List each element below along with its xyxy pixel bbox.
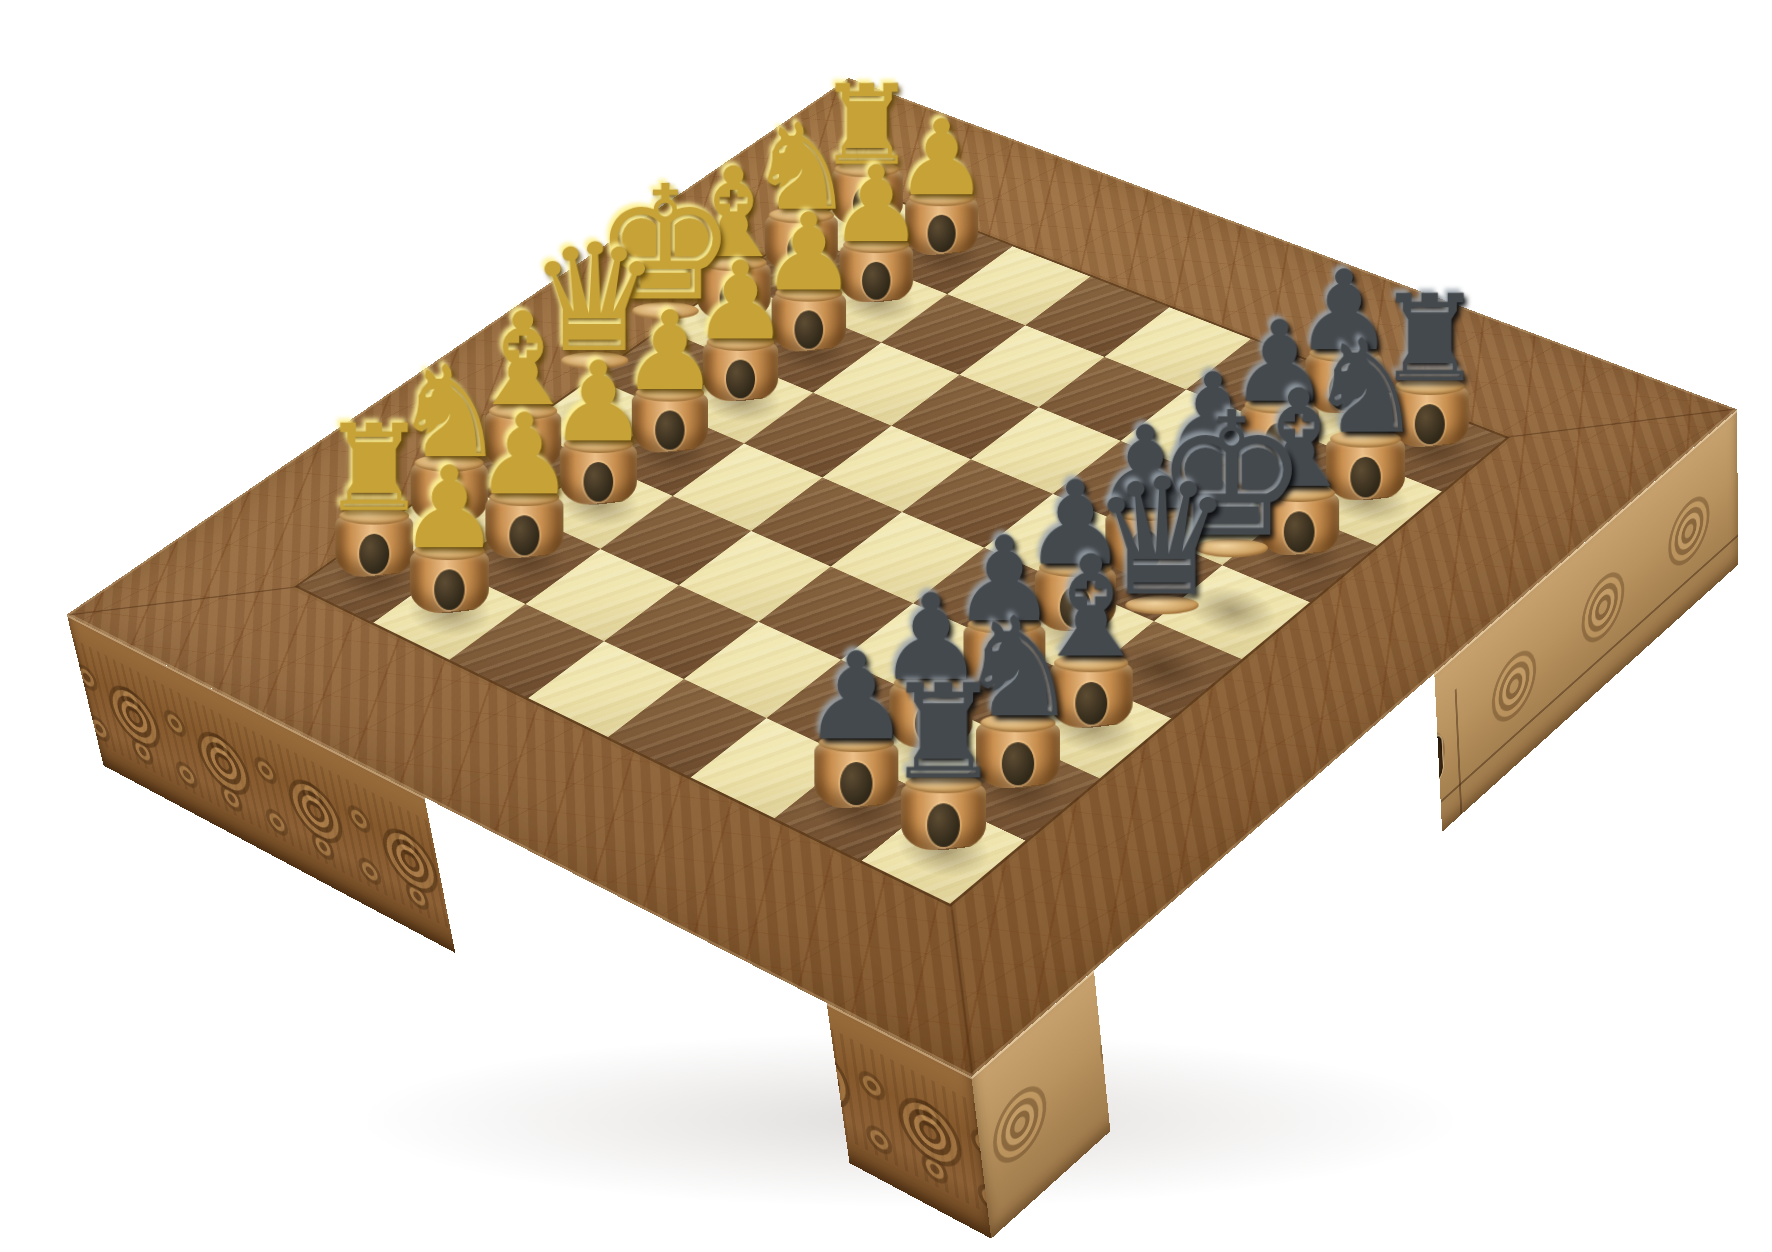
pawn-glyph: ♟	[761, 199, 857, 306]
square-h4	[1025, 276, 1169, 356]
piece-white-pawn-d2: ♟	[619, 296, 721, 452]
square-g2: ♟	[805, 264, 947, 343]
base-medallion	[1075, 682, 1107, 725]
base-medallion	[584, 462, 614, 502]
frame-miter-line	[847, 79, 862, 190]
square-e3	[744, 392, 891, 477]
pawn-glyph: ♟	[895, 105, 989, 210]
piece-white-rook-h1: ♜	[819, 70, 915, 225]
piece-wooden-base	[772, 292, 846, 351]
piece-shadow	[742, 240, 861, 303]
square-d3	[673, 443, 822, 530]
square-d2: ♟	[597, 410, 744, 495]
square-d4	[751, 477, 902, 566]
rook-glyph: ♜	[817, 70, 916, 181]
king-glyph: ♚	[594, 165, 736, 324]
pawn-glyph: ♟	[621, 296, 719, 405]
frame-miter-line	[950, 900, 974, 1074]
knight-glyph: ♞	[747, 108, 854, 228]
square-f3	[813, 343, 959, 426]
square-g1: ♞	[731, 234, 872, 312]
square-c3	[600, 496, 751, 585]
base-medallion	[840, 762, 872, 805]
square-h2: ♟	[871, 217, 1012, 294]
piece-shadow	[608, 418, 732, 487]
base-medallion	[651, 328, 680, 366]
square-e4	[822, 425, 971, 512]
piece-wooden-base	[703, 342, 778, 402]
base-medallion	[787, 232, 815, 269]
piece-shadow	[674, 288, 794, 352]
piece-wooden-base	[632, 392, 708, 453]
piece-wooden-base	[839, 244, 913, 303]
base-medallion	[726, 360, 755, 399]
base-medallion	[510, 515, 540, 555]
piece-wooden-base	[628, 310, 702, 369]
base-medallion	[359, 534, 389, 574]
square-g3	[881, 294, 1025, 375]
base-medallion	[927, 804, 960, 848]
piece-shadow	[808, 194, 926, 255]
piece-shadow	[679, 367, 802, 434]
square-e2: ♟	[668, 360, 814, 443]
bishop-glyph: ♝	[678, 150, 790, 275]
pawn-glyph: ♟	[829, 152, 924, 258]
base-medallion	[720, 280, 748, 318]
piece-white-bishop-f1: ♝	[685, 150, 783, 320]
square-f1: ♝	[663, 281, 805, 360]
base-medallion	[862, 262, 890, 300]
piece-shadow	[816, 270, 937, 334]
square-f2: ♟	[737, 311, 881, 392]
square-h1: ♜	[797, 188, 936, 264]
piece-wooden-base	[906, 197, 979, 255]
square-h3	[948, 246, 1090, 325]
square-g4	[959, 325, 1105, 407]
rook-glyph: ♜	[885, 667, 1002, 798]
piece-white-pawn-e2: ♟	[690, 247, 790, 402]
piece-white-pawn-a2: ♟	[397, 451, 502, 613]
piece-shadow	[748, 318, 870, 384]
queen-glyph: ♛	[528, 224, 661, 373]
square-a8: ♜	[861, 798, 1026, 903]
piece-wooden-base	[765, 214, 838, 272]
base-medallion	[580, 378, 609, 417]
base-medallion	[853, 186, 881, 223]
pawn-glyph: ♟	[692, 247, 789, 355]
base-medallion	[1002, 742, 1034, 785]
piece-white-pawn-h2: ♟	[893, 105, 990, 254]
base-medallion	[928, 215, 956, 252]
box-top-face: ♜♟♟♜♞♟♟♞♝♟♟♝♚♟♟♚♛♟♟♛♝♟♟♝♞♟♟♞♜♟♟♜	[67, 78, 1737, 1077]
piece-shadow	[882, 223, 1001, 285]
piece-white-pawn-g2: ♟	[827, 152, 925, 303]
piece-shadow	[604, 336, 725, 402]
piece-wooden-base	[697, 262, 771, 321]
frame-miter-line	[70, 586, 303, 616]
frame-miter-line	[1501, 409, 1735, 439]
square-e1: ♚	[593, 329, 737, 410]
piece-white-pawn-f2: ♟	[760, 199, 859, 352]
photo-canvas: ♜♟♟♜♞♟♟♞♝♟♟♝♚♟♟♚♛♟♟♛♝♟♟♝♞♟♟♞♜♟♟♜	[0, 0, 1772, 1252]
pawn-glyph: ♟	[399, 451, 501, 564]
scene-stage: ♜♟♟♜♞♟♟♞♝♟♟♝♚♟♟♚♛♟♟♛♝♟♟♝♞♟♟♞♜♟♟♜	[0, 0, 1772, 1252]
piece-white-king-e1: ♚	[615, 165, 714, 369]
square-f4	[891, 375, 1038, 459]
base-medallion	[656, 410, 685, 449]
piece-wooden-base	[831, 168, 903, 225]
piece-white-knight-g1: ♞	[752, 108, 849, 272]
base-medallion	[795, 310, 824, 348]
base-medallion	[434, 570, 464, 610]
chess-box: ♜♟♟♜♞♟♟♞♝♟♟♝♚♟♟♚♛♟♟♛♝♟♟♝♞♟♟♞♜♟♟♜	[67, 78, 1737, 1077]
piece-black-rook-a8: ♜	[887, 667, 1000, 850]
